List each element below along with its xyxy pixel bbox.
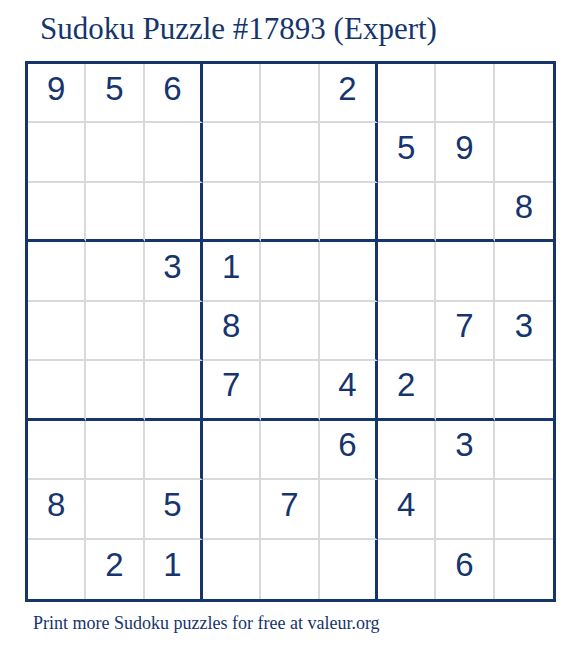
cell-r7c5 <box>261 421 319 480</box>
cell-r3c9: 8 <box>495 183 553 242</box>
cell-r1c9 <box>495 64 553 123</box>
cell-r8c4 <box>203 480 261 539</box>
cell-r9c7 <box>378 540 436 599</box>
cell-r1c2: 5 <box>86 64 144 123</box>
cell-r3c4 <box>203 183 261 242</box>
cell-r7c1 <box>28 421 86 480</box>
cell-r6c9 <box>495 361 553 420</box>
cell-r3c8 <box>436 183 494 242</box>
cell-r9c5 <box>261 540 319 599</box>
cell-r8c8 <box>436 480 494 539</box>
cell-r8c1: 8 <box>28 480 86 539</box>
cell-r1c5 <box>261 64 319 123</box>
cell-r4c8 <box>436 242 494 301</box>
cell-r2c8: 9 <box>436 123 494 182</box>
cell-r6c7: 2 <box>378 361 436 420</box>
cell-r5c2 <box>86 302 144 361</box>
cell-r8c6 <box>320 480 378 539</box>
cell-r2c4 <box>203 123 261 182</box>
cell-r3c6 <box>320 183 378 242</box>
cell-r9c3: 1 <box>145 540 203 599</box>
cell-r1c1: 9 <box>28 64 86 123</box>
cell-r6c6: 4 <box>320 361 378 420</box>
cell-r9c2: 2 <box>86 540 144 599</box>
cell-r1c4 <box>203 64 261 123</box>
cell-r4c1 <box>28 242 86 301</box>
cell-r3c2 <box>86 183 144 242</box>
cell-r7c7 <box>378 421 436 480</box>
cell-r6c1 <box>28 361 86 420</box>
cell-r8c3: 5 <box>145 480 203 539</box>
cell-r8c5: 7 <box>261 480 319 539</box>
cell-r2c6 <box>320 123 378 182</box>
cell-r6c4: 7 <box>203 361 261 420</box>
cell-r5c1 <box>28 302 86 361</box>
cell-r4c5 <box>261 242 319 301</box>
sudoku-board: 956259831873742638574216 <box>25 61 556 602</box>
cell-r9c1 <box>28 540 86 599</box>
cell-r7c2 <box>86 421 144 480</box>
cell-r5c8: 7 <box>436 302 494 361</box>
cell-r5c4: 8 <box>203 302 261 361</box>
cell-r6c3 <box>145 361 203 420</box>
cell-r4c6 <box>320 242 378 301</box>
cell-r6c5 <box>261 361 319 420</box>
cell-r5c9: 3 <box>495 302 553 361</box>
cell-r2c5 <box>261 123 319 182</box>
cell-r4c4: 1 <box>203 242 261 301</box>
cell-r6c8 <box>436 361 494 420</box>
cell-r7c3 <box>145 421 203 480</box>
cell-r7c8: 3 <box>436 421 494 480</box>
cell-r9c8: 6 <box>436 540 494 599</box>
footer-text: Print more Sudoku puzzles for free at va… <box>33 613 380 635</box>
cell-r5c3 <box>145 302 203 361</box>
cell-r5c6 <box>320 302 378 361</box>
cell-r2c1 <box>28 123 86 182</box>
cell-r2c2 <box>86 123 144 182</box>
cell-r6c2 <box>86 361 144 420</box>
cell-r3c3 <box>145 183 203 242</box>
cell-r3c5 <box>261 183 319 242</box>
cell-r9c9 <box>495 540 553 599</box>
cell-r3c1 <box>28 183 86 242</box>
cell-r2c3 <box>145 123 203 182</box>
cell-r8c7: 4 <box>378 480 436 539</box>
cell-r1c8 <box>436 64 494 123</box>
cell-r5c5 <box>261 302 319 361</box>
cell-r1c7 <box>378 64 436 123</box>
cell-r7c6: 6 <box>320 421 378 480</box>
cell-r4c9 <box>495 242 553 301</box>
cell-r8c9 <box>495 480 553 539</box>
cell-r4c3: 3 <box>145 242 203 301</box>
cell-r7c9 <box>495 421 553 480</box>
cell-r8c2 <box>86 480 144 539</box>
cell-r9c4 <box>203 540 261 599</box>
cell-r4c2 <box>86 242 144 301</box>
page-title: Sudoku Puzzle #17893 (Expert) <box>40 13 437 44</box>
cell-r7c4 <box>203 421 261 480</box>
cell-r1c6: 2 <box>320 64 378 123</box>
cell-r9c6 <box>320 540 378 599</box>
cell-r2c9 <box>495 123 553 182</box>
cell-r3c7 <box>378 183 436 242</box>
cell-r1c3: 6 <box>145 64 203 123</box>
cell-r5c7 <box>378 302 436 361</box>
cell-r2c7: 5 <box>378 123 436 182</box>
cell-r4c7 <box>378 242 436 301</box>
